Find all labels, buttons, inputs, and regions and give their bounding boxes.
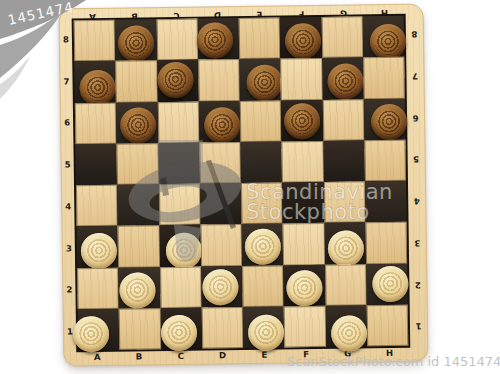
square-h1	[366, 304, 408, 346]
square-g6	[322, 99, 364, 141]
square-e4	[241, 182, 283, 224]
checker-light	[72, 316, 108, 352]
square-f7	[280, 58, 322, 100]
checkers-board: ABCDEFGH ABCDEFGH 87654321 87654321	[59, 3, 429, 366]
square-b4	[117, 184, 159, 226]
corner-banner-wedge	[0, 9, 64, 78]
square-a8	[74, 20, 116, 62]
checker-light	[244, 228, 280, 264]
square-h3	[365, 222, 407, 264]
square-b7	[116, 60, 158, 102]
rank-label-right-8: 8	[406, 13, 424, 55]
checker-light	[203, 269, 239, 305]
rank-label-left-8: 8	[60, 18, 73, 60]
square-e7	[239, 59, 281, 101]
file-label-bottom-c: C	[160, 351, 202, 365]
square-c5	[158, 142, 200, 184]
square-b6	[116, 102, 158, 144]
checker-light	[166, 232, 202, 268]
square-h7	[363, 57, 405, 99]
rank-label-left-2: 2	[63, 269, 76, 311]
square-e2	[242, 265, 284, 307]
checker-dark	[246, 64, 282, 100]
square-c4	[158, 184, 200, 226]
square-c2	[160, 266, 202, 308]
square-a1	[78, 309, 120, 351]
checker-dark	[197, 22, 233, 58]
rank-label-right-6: 6	[407, 97, 425, 139]
rank-label-right-2: 2	[409, 264, 427, 306]
file-label-bottom-a: A	[76, 352, 118, 366]
checker-dark	[370, 23, 406, 59]
checker-light	[286, 270, 322, 306]
square-c1	[160, 307, 202, 349]
square-d6	[199, 101, 241, 143]
rank-label-right-1: 1	[410, 306, 428, 348]
square-a4	[76, 185, 118, 227]
rank-label-left-4: 4	[62, 185, 75, 227]
board-frame: ABCDEFGH ABCDEFGH 87654321 87654321	[59, 3, 429, 366]
checker-light	[373, 266, 409, 302]
square-f6	[281, 99, 323, 141]
square-b8	[115, 19, 157, 61]
checker-dark	[285, 23, 321, 59]
square-f1	[284, 306, 326, 348]
square-c7	[157, 60, 199, 102]
square-a5	[75, 144, 117, 186]
square-f5	[282, 141, 324, 183]
square-c8	[156, 19, 198, 61]
square-h4	[365, 181, 407, 223]
rank-label-left-5: 5	[61, 144, 74, 186]
checker-light	[80, 233, 116, 269]
checker-dark	[204, 107, 240, 143]
file-label-bottom-e: E	[243, 349, 285, 363]
checker-light	[247, 315, 283, 351]
square-e3	[242, 224, 284, 266]
square-b2	[118, 267, 160, 309]
square-f3	[283, 223, 325, 265]
square-f2	[283, 264, 325, 306]
stock-photo-checkers: ABCDEFGH ABCDEFGH 87654321 87654321 1451…	[0, 0, 500, 374]
square-a3	[77, 226, 119, 268]
checker-dark	[79, 70, 115, 106]
file-label-bottom-h: H	[369, 348, 411, 362]
square-g1	[325, 305, 367, 347]
square-c3	[159, 225, 201, 267]
square-g5	[323, 140, 365, 182]
square-h5	[364, 139, 406, 181]
square-d3	[200, 224, 242, 266]
square-d2	[201, 266, 243, 308]
checker-light	[119, 272, 155, 308]
square-d7	[198, 59, 240, 101]
checker-dark	[284, 103, 320, 139]
rank-label-left-7: 7	[60, 60, 73, 102]
square-a6	[75, 102, 117, 144]
square-c6	[157, 101, 199, 143]
square-g7	[322, 58, 364, 100]
square-h8	[362, 16, 404, 58]
checker-light	[331, 316, 367, 352]
square-b3	[118, 225, 160, 267]
file-label-bottom-f: F	[285, 349, 327, 363]
square-f4	[282, 182, 324, 224]
square-h6	[364, 98, 406, 140]
rank-label-left-6: 6	[61, 102, 74, 144]
square-e1	[243, 306, 285, 348]
square-d8	[197, 18, 239, 60]
file-label-bottom-d: D	[202, 350, 244, 364]
checker-dark	[118, 25, 154, 61]
rank-label-right-3: 3	[409, 222, 427, 264]
rank-label-right-5: 5	[407, 139, 425, 181]
square-a2	[77, 267, 119, 309]
rank-label-right-4: 4	[408, 180, 426, 222]
square-b5	[117, 143, 159, 185]
square-e5	[240, 141, 282, 183]
square-g2	[325, 264, 367, 306]
square-h2	[366, 263, 408, 305]
rank-label-right-7: 7	[406, 55, 424, 97]
square-g8	[321, 16, 363, 58]
square-e8	[239, 17, 281, 59]
square-g4	[323, 181, 365, 223]
square-a7	[74, 61, 116, 103]
square-d4	[200, 183, 242, 225]
checker-dark	[120, 107, 156, 143]
board-grid	[74, 16, 409, 351]
square-b1	[119, 308, 161, 350]
rank-label-left-3: 3	[63, 227, 76, 269]
square-f8	[280, 17, 322, 59]
checker-dark	[371, 104, 407, 140]
file-label-bottom-b: B	[118, 351, 160, 365]
checker-light	[328, 230, 364, 266]
playing-field	[72, 14, 411, 353]
checker-dark	[157, 62, 193, 98]
corner-banner-tail	[0, 56, 30, 99]
square-e6	[240, 100, 282, 142]
square-g3	[324, 223, 366, 265]
square-d1	[201, 307, 243, 349]
checker-light	[161, 315, 197, 351]
square-d5	[199, 142, 241, 184]
checker-dark	[327, 63, 363, 99]
